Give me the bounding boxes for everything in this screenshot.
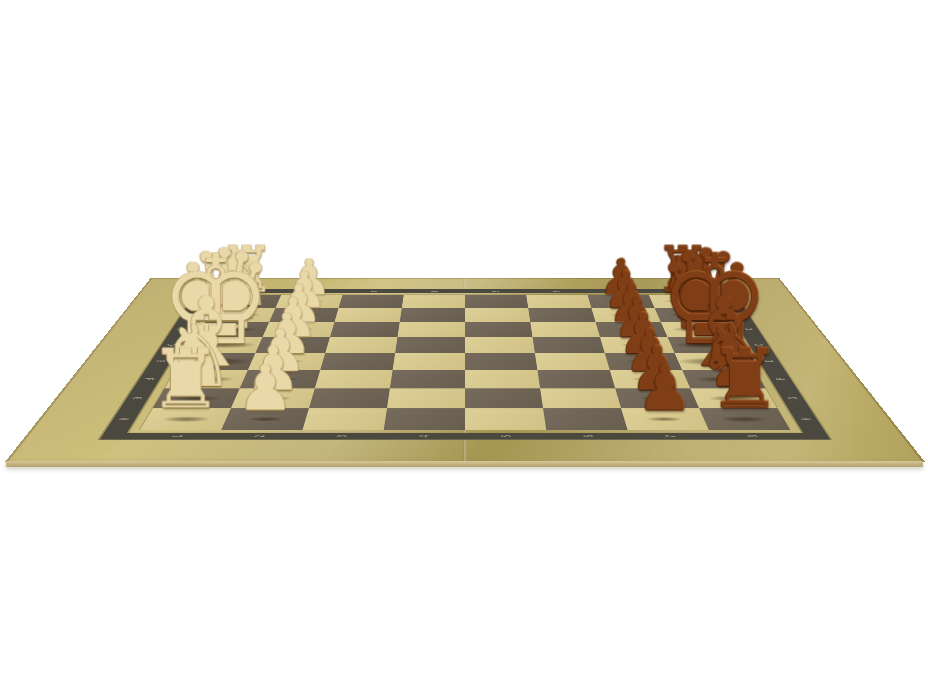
file-label-left-c: C (175, 328, 187, 330)
rank-label-far-7: 7 (612, 290, 622, 291)
black-pawn-glyph: ♟ (636, 357, 693, 420)
file-label-right-b: B (734, 314, 746, 316)
rank-label-far-5: 5 (490, 290, 500, 291)
white-pawn-glyph: ♟ (237, 357, 294, 420)
file-label-left-g: G (130, 397, 144, 400)
rank-label-far-2: 2 (308, 290, 318, 291)
rank-label-near-4: 4 (417, 435, 431, 438)
rank-label-near-5: 5 (499, 435, 513, 438)
rank-label-far-8: 8 (672, 290, 683, 291)
file-label-left-h: H (117, 417, 132, 420)
board-cardboard-edge (6, 461, 923, 467)
rank-label-near-7: 7 (663, 435, 677, 438)
chess-photo-scene: AA11BB22CC33DD44EE55FF66GG77HH88 ♜♞♝♛♚♝♞… (0, 0, 928, 686)
file-label-right-e: E (763, 360, 776, 362)
file-label-right-h: H (798, 417, 813, 420)
rank-label-near-2: 2 (252, 435, 266, 438)
white-rook-glyph: ♜ (149, 339, 222, 421)
file-label-right-c: C (743, 328, 755, 330)
file-label-right-a: A (726, 300, 737, 302)
rank-label-far-6: 6 (551, 290, 561, 291)
file-label-left-f: F (143, 378, 156, 380)
file-label-left-e: E (154, 360, 167, 362)
rank-label-near-6: 6 (581, 435, 595, 438)
rank-label-far-4: 4 (430, 290, 440, 291)
file-label-right-d: D (752, 344, 765, 346)
file-label-left-b: B (185, 314, 197, 316)
file-label-left-a: A (193, 300, 204, 302)
chess-board[interactable]: AA11BB22CC33DD44EE55FF66GG77HH88 ♜♞♝♛♚♝♞… (5, 278, 925, 462)
file-label-left-d: D (165, 344, 178, 346)
rank-label-near-1: 1 (170, 435, 185, 438)
rank-label-far-3: 3 (369, 290, 379, 291)
file-label-right-g: G (786, 397, 800, 400)
black-rook-glyph: ♜ (708, 339, 781, 421)
rank-label-near-8: 8 (745, 435, 760, 438)
rank-label-far-1: 1 (247, 290, 258, 291)
pieces-layer: ♜♞♝♛♚♝♞♜♟♟♟♟♟♟♟♟♟♟♟♟♟♟♟♟♜♞♝♛♚♝♞♜ (5, 278, 925, 462)
file-label-right-f: F (774, 378, 787, 380)
rank-label-near-3: 3 (335, 435, 349, 438)
